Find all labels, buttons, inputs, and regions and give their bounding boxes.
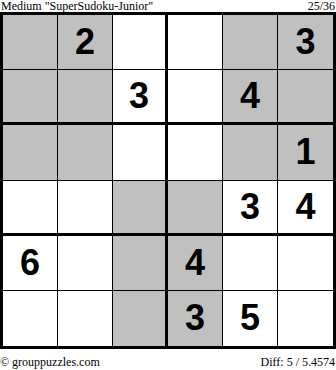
cell-r3c3[interactable] xyxy=(113,125,168,180)
cell-r3c4[interactable] xyxy=(168,125,223,180)
cell-r6c6[interactable] xyxy=(278,291,333,346)
cell-r5c3[interactable] xyxy=(113,236,168,291)
cell-r4c1[interactable] xyxy=(3,181,58,236)
cell-r3c2[interactable] xyxy=(58,125,113,180)
cell-r1c4[interactable] xyxy=(168,15,223,70)
cell-r4c5[interactable]: 3 xyxy=(223,181,278,236)
footer-bar: © grouppuzzles.com Diff: 5 / 5.4574 xyxy=(0,351,336,370)
cell-r4c2[interactable] xyxy=(58,181,113,236)
cell-r4c6[interactable]: 4 xyxy=(278,181,333,236)
cell-r2c6[interactable] xyxy=(278,70,333,125)
cell-r1c6[interactable]: 3 xyxy=(278,15,333,70)
cell-r2c1[interactable] xyxy=(3,70,58,125)
cell-r2c4[interactable] xyxy=(168,70,223,125)
cell-r6c2[interactable] xyxy=(58,291,113,346)
cell-r1c2[interactable]: 2 xyxy=(58,15,113,70)
cell-r4c3[interactable] xyxy=(113,181,168,236)
cell-r3c6[interactable]: 1 xyxy=(278,125,333,180)
cell-r5c6[interactable] xyxy=(278,236,333,291)
cell-r1c3[interactable] xyxy=(113,15,168,70)
difficulty-text: Diff: 5 / 5.4574 xyxy=(261,354,336,370)
cell-r6c3[interactable] xyxy=(113,291,168,346)
sudoku-board: 23341346435 xyxy=(0,12,336,349)
cell-r1c1[interactable] xyxy=(3,15,58,70)
cell-r6c1[interactable] xyxy=(3,291,58,346)
cell-r2c5[interactable]: 4 xyxy=(223,70,278,125)
cell-r2c2[interactable] xyxy=(58,70,113,125)
puzzle-title: Medium "SuperSudoku-Junior" xyxy=(0,0,153,12)
cell-r4c4[interactable] xyxy=(168,181,223,236)
cell-r2c3[interactable]: 3 xyxy=(113,70,168,125)
cell-r5c1[interactable]: 6 xyxy=(3,236,58,291)
cell-r1c5[interactable] xyxy=(223,15,278,70)
cell-r5c5[interactable] xyxy=(223,236,278,291)
remaining-counter: 25/36 xyxy=(308,0,336,12)
cell-r6c4[interactable]: 3 xyxy=(168,291,223,346)
cell-r3c1[interactable] xyxy=(3,125,58,180)
cell-r5c4[interactable]: 4 xyxy=(168,236,223,291)
copyright-text: © grouppuzzles.com xyxy=(0,354,100,370)
cell-r6c5[interactable]: 5 xyxy=(223,291,278,346)
header-bar: Medium "SuperSudoku-Junior" 25/36 xyxy=(0,0,336,12)
cell-r3c5[interactable] xyxy=(223,125,278,180)
cell-r5c2[interactable] xyxy=(58,236,113,291)
